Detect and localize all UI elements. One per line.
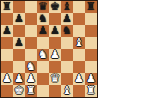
square-a5[interactable] [1, 37, 13, 49]
piece-black-pawn[interactable]: ♟ [62, 13, 72, 25]
square-f4[interactable] [61, 49, 73, 61]
piece-black-pawn[interactable]: ♟ [14, 37, 24, 49]
square-c5[interactable] [25, 37, 37, 49]
chess-board: ♜♛♚♝♜♟♞♟♟♟♟♞♟♝♞♟♞♟♟♟♛♟♟♚♜♝♜ [0, 0, 98, 98]
square-d8[interactable]: ♛ [37, 1, 49, 13]
square-f2[interactable] [61, 73, 73, 85]
piece-black-king[interactable]: ♚ [50, 1, 60, 13]
piece-white-bishop[interactable]: ♝ [74, 37, 84, 49]
square-b4[interactable] [13, 49, 25, 61]
square-d4[interactable]: ♞ [37, 49, 49, 61]
square-c2[interactable]: ♟ [25, 73, 37, 85]
square-c3[interactable]: ♞ [25, 61, 37, 73]
piece-white-pawn[interactable]: ♟ [74, 73, 84, 85]
piece-white-knight[interactable]: ♞ [26, 61, 36, 73]
piece-white-rook[interactable]: ♜ [26, 85, 36, 97]
square-e1[interactable] [49, 85, 61, 97]
square-d3[interactable] [37, 61, 49, 73]
square-e8[interactable]: ♚ [49, 1, 61, 13]
square-b1[interactable]: ♚ [13, 85, 25, 97]
piece-white-pawn[interactable]: ♟ [86, 73, 96, 85]
piece-black-knight[interactable]: ♞ [62, 25, 72, 37]
piece-white-rook[interactable]: ♜ [86, 85, 96, 97]
piece-white-pawn[interactable]: ♟ [14, 73, 24, 85]
square-e7[interactable] [49, 13, 61, 25]
square-b3[interactable] [13, 61, 25, 73]
piece-black-queen[interactable]: ♛ [38, 1, 48, 13]
square-g3[interactable] [73, 61, 85, 73]
square-f5[interactable] [61, 37, 73, 49]
square-d2[interactable] [37, 73, 49, 85]
square-h3[interactable] [85, 61, 97, 73]
square-h8[interactable]: ♜ [85, 1, 97, 13]
square-g6[interactable] [73, 25, 85, 37]
square-e4[interactable]: ♟ [49, 49, 61, 61]
square-a1[interactable] [1, 85, 13, 97]
piece-white-king[interactable]: ♚ [14, 85, 24, 97]
square-h2[interactable]: ♟ [85, 73, 97, 85]
piece-black-rook[interactable]: ♜ [2, 1, 12, 13]
piece-white-knight[interactable]: ♞ [38, 49, 48, 61]
square-h4[interactable] [85, 49, 97, 61]
piece-white-pawn[interactable]: ♟ [26, 73, 36, 85]
piece-black-knight[interactable]: ♞ [38, 13, 48, 25]
square-f3[interactable] [61, 61, 73, 73]
square-d6[interactable]: ♟ [37, 25, 49, 37]
square-g4[interactable] [73, 49, 85, 61]
square-a8[interactable]: ♜ [1, 1, 13, 13]
piece-black-pawn[interactable]: ♟ [38, 25, 48, 37]
chess-board-grid: ♜♛♚♝♜♟♞♟♟♟♟♞♟♝♞♟♞♟♟♟♛♟♟♚♜♝♜ [1, 1, 97, 97]
square-g8[interactable] [73, 1, 85, 13]
screenshot-canvas: { "game": "chess", "position": { "fen": … [0, 0, 150, 98]
square-b7[interactable]: ♟ [13, 13, 25, 25]
square-g1[interactable] [73, 85, 85, 97]
square-h7[interactable] [85, 13, 97, 25]
square-a2[interactable]: ♟ [1, 73, 13, 85]
square-a7[interactable] [1, 13, 13, 25]
square-g2[interactable]: ♟ [73, 73, 85, 85]
square-f1[interactable]: ♝ [61, 85, 73, 97]
square-h5[interactable] [85, 37, 97, 49]
square-b6[interactable] [13, 25, 25, 37]
square-d5[interactable] [37, 37, 49, 49]
square-e6[interactable]: ♟ [49, 25, 61, 37]
square-e3[interactable] [49, 61, 61, 73]
square-a6[interactable]: ♟ [1, 25, 13, 37]
square-d7[interactable]: ♞ [37, 13, 49, 25]
piece-white-pawn[interactable]: ♟ [2, 73, 12, 85]
piece-white-queen[interactable]: ♛ [50, 73, 60, 85]
square-f7[interactable]: ♟ [61, 13, 73, 25]
piece-black-pawn[interactable]: ♟ [14, 13, 24, 25]
piece-black-rook[interactable]: ♜ [86, 1, 96, 13]
square-c8[interactable] [25, 1, 37, 13]
square-b5[interactable]: ♟ [13, 37, 25, 49]
square-c1[interactable]: ♜ [25, 85, 37, 97]
square-e2[interactable]: ♛ [49, 73, 61, 85]
square-c7[interactable] [25, 13, 37, 25]
square-b8[interactable] [13, 1, 25, 13]
square-b2[interactable]: ♟ [13, 73, 25, 85]
piece-black-bishop[interactable]: ♝ [62, 1, 72, 13]
square-h1[interactable]: ♜ [85, 85, 97, 97]
square-a4[interactable] [1, 49, 13, 61]
piece-white-bishop[interactable]: ♝ [62, 85, 72, 97]
square-c6[interactable] [25, 25, 37, 37]
square-g5[interactable]: ♝ [73, 37, 85, 49]
square-a3[interactable] [1, 61, 13, 73]
square-e5[interactable] [49, 37, 61, 49]
square-h6[interactable] [85, 25, 97, 37]
piece-black-pawn[interactable]: ♟ [50, 25, 60, 37]
piece-white-pawn[interactable]: ♟ [50, 49, 60, 61]
square-g7[interactable] [73, 13, 85, 25]
square-c4[interactable] [25, 49, 37, 61]
square-f8[interactable]: ♝ [61, 1, 73, 13]
square-f6[interactable]: ♞ [61, 25, 73, 37]
square-d1[interactable] [37, 85, 49, 97]
piece-black-pawn[interactable]: ♟ [2, 25, 12, 37]
